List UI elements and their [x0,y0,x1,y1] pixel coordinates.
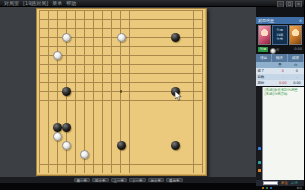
nav-button[interactable]: 第一手 [74,178,91,183]
panel-close-icon[interactable]: × [299,17,302,24]
black-stone-icon [276,48,280,52]
panel-header: 对局信息 × [256,17,304,24]
chat-message: [系统]对局开始 [265,92,305,96]
table-cell: 0:00 [276,80,290,86]
game-info-box: 对局19路分先 [272,25,288,45]
panel-status-row: 0/1 [256,186,304,190]
bottom-strip [0,183,256,190]
chat-tool-icon[interactable] [258,169,261,172]
table-cell: 0:00 [290,80,304,86]
status-dot [270,187,272,189]
chat-tool-icon[interactable] [258,161,261,164]
chat-tool-icon[interactable] [258,147,261,150]
nav-button[interactable]: 最后手 [166,178,183,183]
mouse-cursor-icon [175,91,183,101]
table-cell: 用时 [256,80,276,86]
go-client-window: 对局室 [19路对局] 菜单 帮助 – □ × 第一手前十手上一手下一手后十手最… [0,0,304,190]
white-player-avatar [289,25,302,45]
black-stone-K4 [117,141,126,150]
status-badge: 对局 [258,47,268,52]
panel-tab-聊天[interactable]: 聊天 [272,54,288,62]
indicator-count: 0:00 [294,47,302,52]
menu-item[interactable]: 菜单 [52,0,62,7]
indicator-row: 对局 0:00 [256,46,304,54]
game-info-line: 分先 [273,37,287,42]
black-player-avatar [258,25,271,45]
panel-header-title: 对局信息 [258,17,274,24]
emote-button[interactable]: 表情 [291,181,298,186]
nav-button[interactable]: 下一手 [129,178,146,183]
room-label: [19路对局] [23,0,48,7]
title-bar: 对局室 [19路对局] 菜单 帮助 – □ × [0,0,304,7]
white-stone-K16 [117,33,126,42]
game-info-table: 黑白提子00目数--用时0:000:00 [256,62,304,86]
help-menu-item[interactable]: 帮助 [66,0,76,7]
panel-tab-信息[interactable]: 信息 [256,54,272,62]
chat-log[interactable]: [系统]欢迎来到对局室[系统]对局开始 [262,87,304,180]
status-dot [262,187,264,189]
app-title: 对局室 [4,0,19,7]
players-row: 对局19路分先 [256,24,304,46]
white-stone-D16 [62,33,71,42]
nav-button[interactable]: 后十手 [148,178,165,183]
white-stone-C14 [53,51,62,60]
status-dot [266,187,268,189]
nav-button[interactable]: 前十手 [92,178,109,183]
table-row: 用时0:000:00 [256,80,304,86]
nav-button[interactable]: 上一手 [111,178,128,183]
black-stone-Q16 [171,33,180,42]
chat-input[interactable] [263,181,278,185]
status-text: 0/1 [297,186,302,190]
right-panel: 对局信息 × 对局19路分先 对局 0:00 信息聊天棋谱 黑白提子00目数--… [256,7,304,190]
star-point [120,90,122,92]
panel-tab-棋谱[interactable]: 棋谱 [288,54,304,62]
panel-tabs: 信息聊天棋谱 [256,54,304,62]
send-button[interactable]: 发送 [281,181,288,186]
